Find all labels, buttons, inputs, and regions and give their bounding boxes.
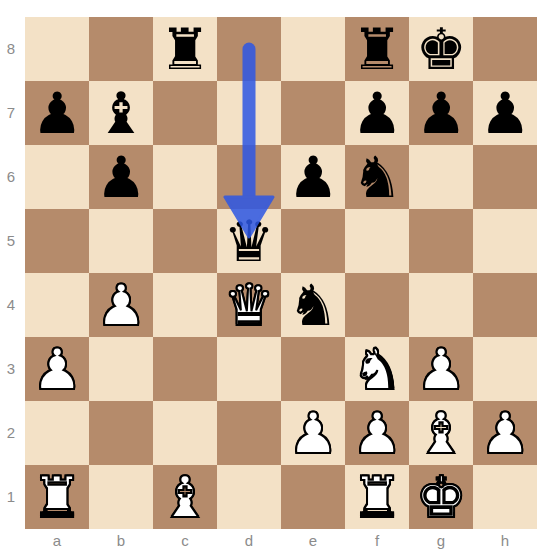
square-c8[interactable]: ♜ [153,17,217,81]
file-label-c: c [153,529,217,554]
square-a7[interactable]: ♟ [25,81,89,145]
square-f7[interactable]: ♟ [345,81,409,145]
square-c6[interactable] [153,145,217,209]
square-a4[interactable] [25,273,89,337]
board[interactable]: ♜♜♚♟♝♟♟♟♟♟♞♛♟♛♞♟♞♟♟♟♝♟♜♝♜♚ [25,17,537,529]
square-e1[interactable] [281,465,345,529]
file-label-e: e [281,529,345,554]
file-label-b: b [89,529,153,554]
piece-black-pawn[interactable]: ♟ [287,149,338,206]
square-d7[interactable] [217,81,281,145]
piece-white-rook[interactable]: ♜ [351,469,402,526]
square-d3[interactable] [217,337,281,401]
square-h7[interactable]: ♟ [473,81,537,145]
chess-board-screen: 87654321 ♜♜♚♟♝♟♟♟♟♟♞♛♟♛♞♟♞♟♟♟♝♟♜♝♜♚ abcd… [0,0,546,554]
rank-label-6: 6 [0,145,22,209]
piece-white-pawn[interactable]: ♟ [95,277,146,334]
square-f2[interactable]: ♟ [345,401,409,465]
square-h1[interactable] [473,465,537,529]
piece-black-knight[interactable]: ♞ [287,277,338,334]
piece-white-king[interactable]: ♚ [415,469,466,526]
square-b7[interactable]: ♝ [89,81,153,145]
square-a3[interactable]: ♟ [25,337,89,401]
square-b2[interactable] [89,401,153,465]
piece-white-bishop[interactable]: ♝ [159,469,210,526]
square-c7[interactable] [153,81,217,145]
square-b1[interactable] [89,465,153,529]
square-h8[interactable] [473,17,537,81]
square-b5[interactable] [89,209,153,273]
square-e2[interactable]: ♟ [281,401,345,465]
file-label-d: d [217,529,281,554]
piece-white-rook[interactable]: ♜ [31,469,82,526]
piece-white-queen[interactable]: ♛ [223,277,274,334]
file-label-g: g [409,529,473,554]
square-a1[interactable]: ♜ [25,465,89,529]
square-d2[interactable] [217,401,281,465]
piece-black-pawn[interactable]: ♟ [479,85,530,142]
square-g6[interactable] [409,145,473,209]
piece-black-pawn[interactable]: ♟ [351,85,402,142]
square-d5[interactable]: ♛ [217,209,281,273]
piece-black-rook[interactable]: ♜ [159,21,210,78]
piece-white-pawn[interactable]: ♟ [287,405,338,462]
piece-white-pawn[interactable]: ♟ [479,405,530,462]
rank-label-2: 2 [0,401,22,465]
square-e4[interactable]: ♞ [281,273,345,337]
square-c2[interactable] [153,401,217,465]
square-b4[interactable]: ♟ [89,273,153,337]
square-g8[interactable]: ♚ [409,17,473,81]
square-e6[interactable]: ♟ [281,145,345,209]
square-h3[interactable] [473,337,537,401]
square-g7[interactable]: ♟ [409,81,473,145]
square-c5[interactable] [153,209,217,273]
square-f1[interactable]: ♜ [345,465,409,529]
file-label-f: f [345,529,409,554]
square-d4[interactable]: ♛ [217,273,281,337]
piece-black-pawn[interactable]: ♟ [415,85,466,142]
piece-black-king[interactable]: ♚ [415,21,466,78]
piece-black-pawn[interactable]: ♟ [31,85,82,142]
rank-label-5: 5 [0,209,22,273]
square-b3[interactable] [89,337,153,401]
square-e8[interactable] [281,17,345,81]
square-h6[interactable] [473,145,537,209]
square-f8[interactable]: ♜ [345,17,409,81]
square-d1[interactable] [217,465,281,529]
square-f5[interactable] [345,209,409,273]
square-g2[interactable]: ♝ [409,401,473,465]
square-b8[interactable] [89,17,153,81]
square-d8[interactable] [217,17,281,81]
rank-labels: 87654321 [0,17,25,529]
square-a6[interactable] [25,145,89,209]
square-g4[interactable] [409,273,473,337]
square-e5[interactable] [281,209,345,273]
square-a2[interactable] [25,401,89,465]
rank-label-8: 8 [0,17,22,81]
rank-label-1: 1 [0,465,22,529]
piece-black-bishop[interactable]: ♝ [95,85,146,142]
file-label-a: a [25,529,89,554]
square-h5[interactable] [473,209,537,273]
square-b6[interactable]: ♟ [89,145,153,209]
square-f4[interactable] [345,273,409,337]
piece-black-pawn[interactable]: ♟ [95,149,146,206]
square-e7[interactable] [281,81,345,145]
square-g3[interactable]: ♟ [409,337,473,401]
file-label-h: h [473,529,537,554]
square-f3[interactable]: ♞ [345,337,409,401]
square-h2[interactable]: ♟ [473,401,537,465]
rank-label-4: 4 [0,273,22,337]
square-d6[interactable] [217,145,281,209]
square-a5[interactable] [25,209,89,273]
piece-black-queen[interactable]: ♛ [223,213,274,270]
piece-white-pawn[interactable]: ♟ [415,341,466,398]
rank-label-7: 7 [0,81,22,145]
square-g5[interactable] [409,209,473,273]
piece-white-pawn[interactable]: ♟ [31,341,82,398]
piece-white-bishop[interactable]: ♝ [415,405,466,462]
square-c4[interactable] [153,273,217,337]
rank-label-3: 3 [0,337,22,401]
square-c3[interactable] [153,337,217,401]
square-e3[interactable] [281,337,345,401]
piece-black-rook[interactable]: ♜ [351,21,402,78]
square-a8[interactable] [25,17,89,81]
square-h4[interactable] [473,273,537,337]
file-labels: abcdefgh [25,529,537,554]
square-c1[interactable]: ♝ [153,465,217,529]
piece-white-pawn[interactable]: ♟ [351,405,402,462]
square-f6[interactable]: ♞ [345,145,409,209]
square-g1[interactable]: ♚ [409,465,473,529]
piece-black-knight[interactable]: ♞ [351,149,402,206]
piece-white-knight[interactable]: ♞ [351,341,402,398]
